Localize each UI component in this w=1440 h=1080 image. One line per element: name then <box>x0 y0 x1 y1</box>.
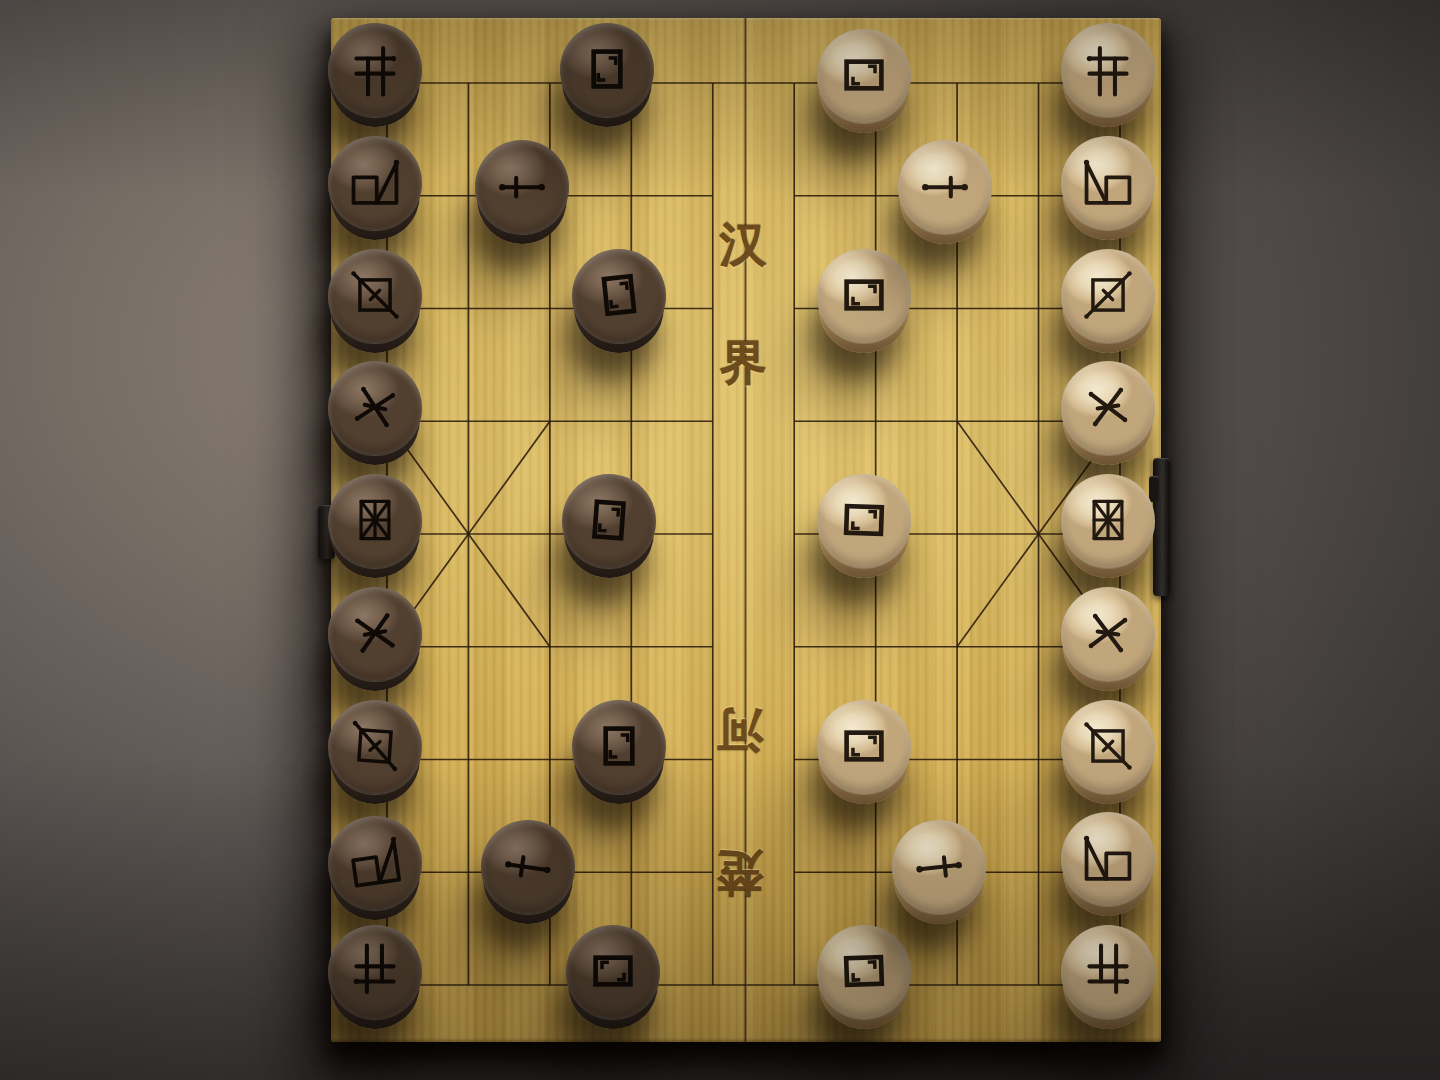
piece-dark-chariot[interactable] <box>328 23 422 129</box>
soldier-glyph-icon <box>578 489 640 551</box>
piece-light-elephant[interactable] <box>1061 249 1155 355</box>
piece-light-horse[interactable] <box>1061 812 1155 918</box>
piece-light-general[interactable] <box>1061 474 1155 580</box>
piece-light-soldier[interactable] <box>817 700 911 806</box>
soldier-glyph-icon <box>835 266 893 324</box>
cannon-glyph-icon <box>916 157 974 215</box>
hinge-clasp-right <box>1153 458 1170 596</box>
advisor-glyph-icon <box>341 373 410 442</box>
river-label-he: 河 <box>700 700 780 760</box>
piece-dark-elephant[interactable] <box>328 249 422 355</box>
piece-dark-soldier[interactable] <box>560 23 654 129</box>
piece-dark-soldier[interactable] <box>572 700 666 806</box>
general-glyph-icon <box>346 491 404 549</box>
piece-dark-cannon[interactable] <box>475 140 569 246</box>
piece-light-soldier[interactable] <box>817 925 911 1031</box>
piece-light-chariot[interactable] <box>1061 23 1155 129</box>
soldier-glyph-icon <box>835 717 893 775</box>
piece-dark-horse[interactable] <box>328 136 422 242</box>
piece-light-soldier[interactable] <box>817 249 911 355</box>
piece-dark-soldier[interactable] <box>562 474 656 580</box>
piece-dark-soldier[interactable] <box>572 249 666 355</box>
horse-glyph-icon <box>346 153 404 211</box>
cannon-glyph-icon <box>493 157 551 215</box>
piece-dark-soldier[interactable] <box>566 925 660 1031</box>
soldier-glyph-icon <box>590 717 648 775</box>
cannon-glyph-icon <box>495 833 561 899</box>
elephant-glyph-icon <box>344 715 406 777</box>
river-label-chu: 楚 <box>700 843 780 903</box>
piece-dark-elephant[interactable] <box>328 700 422 806</box>
piece-light-horse[interactable] <box>1061 136 1155 242</box>
cannon-glyph-icon <box>907 834 971 898</box>
soldier-glyph-icon <box>584 942 642 1000</box>
photo-backdrop: 汉 界 河 楚 <box>0 0 1440 1080</box>
advisor-glyph-icon <box>1075 600 1141 666</box>
soldier-glyph-icon <box>834 490 894 550</box>
piece-dark-advisor[interactable] <box>328 587 422 693</box>
piece-light-soldier[interactable] <box>817 474 911 580</box>
horse-glyph-icon <box>1079 829 1137 887</box>
piece-light-soldier[interactable] <box>817 29 911 135</box>
piece-light-elephant[interactable] <box>1061 700 1155 806</box>
elephant-glyph-icon <box>1079 717 1137 775</box>
elephant-glyph-icon <box>1079 266 1137 324</box>
advisor-glyph-icon <box>1075 374 1141 440</box>
piece-light-cannon[interactable] <box>892 820 986 926</box>
piece-dark-horse[interactable] <box>328 816 422 922</box>
soldier-glyph-icon <box>578 40 636 98</box>
piece-dark-cannon[interactable] <box>481 820 575 926</box>
chariot-glyph-icon <box>346 40 404 98</box>
piece-light-advisor[interactable] <box>1061 587 1155 693</box>
general-glyph-icon <box>1079 491 1137 549</box>
river-label-han: 汉 <box>703 215 783 275</box>
piece-dark-general[interactable] <box>328 474 422 580</box>
elephant-glyph-icon <box>346 266 404 324</box>
chariot-glyph-icon <box>1079 942 1137 1000</box>
chariot-glyph-icon <box>346 942 404 1000</box>
piece-light-chariot[interactable] <box>1061 925 1155 1031</box>
chariot-glyph-icon <box>1079 40 1137 98</box>
piece-dark-advisor[interactable] <box>328 361 422 467</box>
horse-glyph-icon <box>342 829 408 895</box>
river-label-jie: 界 <box>703 333 783 393</box>
soldier-glyph-icon <box>834 941 894 1001</box>
piece-light-advisor[interactable] <box>1061 361 1155 467</box>
horse-glyph-icon <box>1079 153 1137 211</box>
piece-light-cannon[interactable] <box>898 140 992 246</box>
soldier-glyph-icon <box>587 263 651 327</box>
soldier-glyph-icon <box>835 46 893 104</box>
xiangqi-board: 汉 界 河 楚 <box>331 18 1161 1042</box>
advisor-glyph-icon <box>341 599 408 666</box>
piece-dark-chariot[interactable] <box>328 925 422 1031</box>
